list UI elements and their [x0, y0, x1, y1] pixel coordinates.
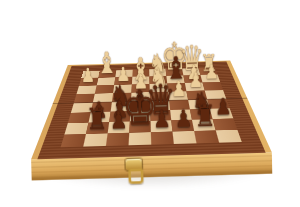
square-h1[interactable]: [216, 129, 242, 142]
folding-chess-board: ♝♞♚♛♜♟♟♝♝♟♟♟♞♟♟♞♟♟♟♛♞♟♜♟♚♟♟♜: [31, 60, 272, 159]
square-g1[interactable]: [194, 130, 219, 143]
square-f2[interactable]: ♟: [171, 119, 194, 131]
piece-black-rook[interactable]: ♜: [85, 103, 108, 133]
board-frame: ♝♞♚♛♜♟♟♝♝♟♟♟♞♟♟♞♟♟♟♛♞♟♜♟♚♟♟♜: [37, 61, 265, 158]
brass-clasp-loop: [128, 168, 143, 183]
square-a6[interactable]: [76, 85, 96, 94]
chess-set-photo: ♝♞♚♛♜♟♟♝♝♟♟♟♞♟♟♞♟♟♟♛♞♟♜♟♚♟♟♜: [0, 0, 300, 207]
square-b1[interactable]: [83, 133, 107, 146]
square-d2[interactable]: ♚: [129, 120, 151, 132]
piece-black-pawn[interactable]: ♟: [214, 95, 231, 118]
square-a1[interactable]: [61, 133, 86, 146]
square-d1[interactable]: [129, 132, 152, 145]
square-c1[interactable]: [106, 132, 129, 145]
piece-white-bishop[interactable]: ♝: [95, 47, 118, 77]
square-g2[interactable]: ♜: [192, 119, 216, 131]
square-a2[interactable]: [64, 122, 88, 134]
scene: ♝♞♚♛♜♟♟♝♝♟♟♟♞♟♟♞♟♟♟♛♞♟♜♟♚♟♟♜: [0, 0, 300, 207]
board-grid: ♝♞♚♛♜♟♟♝♝♟♟♟♞♟♟♞♟♟♟♛♞♟♜♟♚♟♟♜: [61, 67, 242, 146]
piece-white-pawn[interactable]: ♟: [80, 66, 95, 86]
square-b2[interactable]: ♜: [86, 122, 109, 134]
piece-white-pawn[interactable]: ♟: [204, 62, 219, 82]
square-a7[interactable]: ♟: [79, 77, 98, 85]
square-e2[interactable]: ♟: [151, 120, 173, 132]
piece-black-pawn[interactable]: ♟: [152, 107, 170, 131]
square-b8[interactable]: ♝: [98, 70, 116, 78]
square-f1[interactable]: [173, 130, 197, 143]
square-e1[interactable]: [151, 131, 174, 144]
piece-black-pawn[interactable]: ♟: [174, 107, 192, 131]
piece-black-rook[interactable]: ♜: [193, 100, 216, 130]
